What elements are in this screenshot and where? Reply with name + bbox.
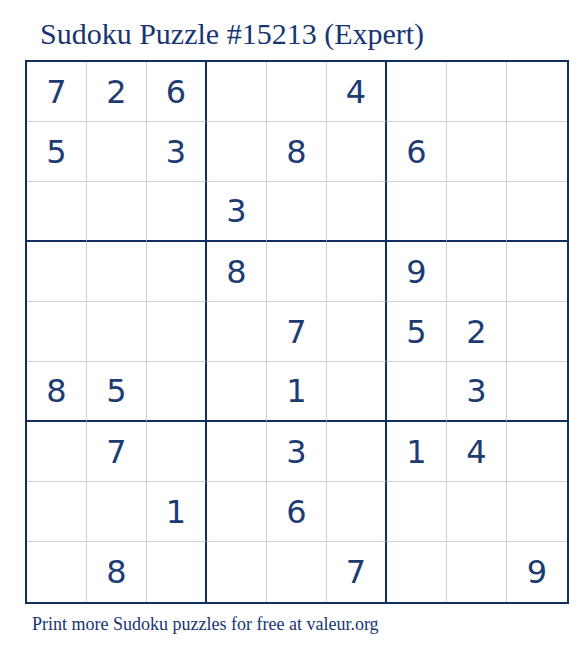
cell-r1c4: [207, 62, 267, 122]
cell-r4c5: [267, 242, 327, 302]
cell-r8c2: [87, 482, 147, 542]
cell-r5c7: 5: [387, 302, 447, 362]
cell-r6c2: 5: [87, 362, 147, 422]
cell-r6c8: 3: [447, 362, 507, 422]
cell-r1c1: 7: [27, 62, 87, 122]
cell-r3c4: 3: [207, 182, 267, 242]
cell-r8c7: [387, 482, 447, 542]
cell-r6c1: 8: [27, 362, 87, 422]
cell-r8c8: [447, 482, 507, 542]
cell-r7c6: [327, 422, 387, 482]
cell-r9c4: [207, 542, 267, 602]
cell-r7c2: 7: [87, 422, 147, 482]
cell-r8c9: [507, 482, 567, 542]
cell-r6c6: [327, 362, 387, 422]
cell-r6c5: 1: [267, 362, 327, 422]
cell-r1c7: [387, 62, 447, 122]
cell-r4c7: 9: [387, 242, 447, 302]
cell-r1c6: 4: [327, 62, 387, 122]
cell-r9c6: 7: [327, 542, 387, 602]
cell-r6c9: [507, 362, 567, 422]
cell-r8c5: 6: [267, 482, 327, 542]
cell-r4c9: [507, 242, 567, 302]
cell-r9c1: [27, 542, 87, 602]
cell-r8c6: [327, 482, 387, 542]
cell-r7c9: [507, 422, 567, 482]
cell-r1c8: [447, 62, 507, 122]
cell-r8c1: [27, 482, 87, 542]
cell-r4c1: [27, 242, 87, 302]
cell-r7c8: 4: [447, 422, 507, 482]
cell-r2c5: 8: [267, 122, 327, 182]
cell-r6c3: [147, 362, 207, 422]
cell-r9c3: [147, 542, 207, 602]
cell-r3c2: [87, 182, 147, 242]
cell-r3c8: [447, 182, 507, 242]
cell-r1c9: [507, 62, 567, 122]
cell-r3c7: [387, 182, 447, 242]
cell-r2c3: 3: [147, 122, 207, 182]
cell-r9c5: [267, 542, 327, 602]
cell-r1c5: [267, 62, 327, 122]
cell-r5c4: [207, 302, 267, 362]
cell-r6c4: [207, 362, 267, 422]
cell-r3c6: [327, 182, 387, 242]
cell-r5c1: [27, 302, 87, 362]
cell-r7c7: 1: [387, 422, 447, 482]
cell-r2c8: [447, 122, 507, 182]
cell-r1c2: 2: [87, 62, 147, 122]
cell-r8c4: [207, 482, 267, 542]
cell-r1c3: 6: [147, 62, 207, 122]
cell-r2c7: 6: [387, 122, 447, 182]
cell-r4c6: [327, 242, 387, 302]
page-title: Sudoku Puzzle #15213 (Expert): [40, 16, 424, 52]
sudoku-grid: 726453863897528513731416879: [25, 60, 569, 604]
cell-r6c7: [387, 362, 447, 422]
cell-r3c1: [27, 182, 87, 242]
cell-r7c1: [27, 422, 87, 482]
cell-r5c2: [87, 302, 147, 362]
cell-r8c3: 1: [147, 482, 207, 542]
cell-r9c2: 8: [87, 542, 147, 602]
cell-r5c3: [147, 302, 207, 362]
cell-r5c6: [327, 302, 387, 362]
cell-r5c5: 7: [267, 302, 327, 362]
cell-r3c5: [267, 182, 327, 242]
cell-r2c2: [87, 122, 147, 182]
cell-r3c9: [507, 182, 567, 242]
cell-r2c9: [507, 122, 567, 182]
cell-r2c4: [207, 122, 267, 182]
cell-r2c6: [327, 122, 387, 182]
cell-r5c8: 2: [447, 302, 507, 362]
cell-r9c8: [447, 542, 507, 602]
cell-r5c9: [507, 302, 567, 362]
cell-r3c3: [147, 182, 207, 242]
cell-r7c3: [147, 422, 207, 482]
cell-r7c5: 3: [267, 422, 327, 482]
cell-r7c4: [207, 422, 267, 482]
cell-r2c1: 5: [27, 122, 87, 182]
cell-r4c8: [447, 242, 507, 302]
cell-r4c4: 8: [207, 242, 267, 302]
cell-r9c7: [387, 542, 447, 602]
cell-r4c3: [147, 242, 207, 302]
cell-r4c2: [87, 242, 147, 302]
footer-note: Print more Sudoku puzzles for free at va…: [32, 612, 379, 636]
cell-r9c9: 9: [507, 542, 567, 602]
